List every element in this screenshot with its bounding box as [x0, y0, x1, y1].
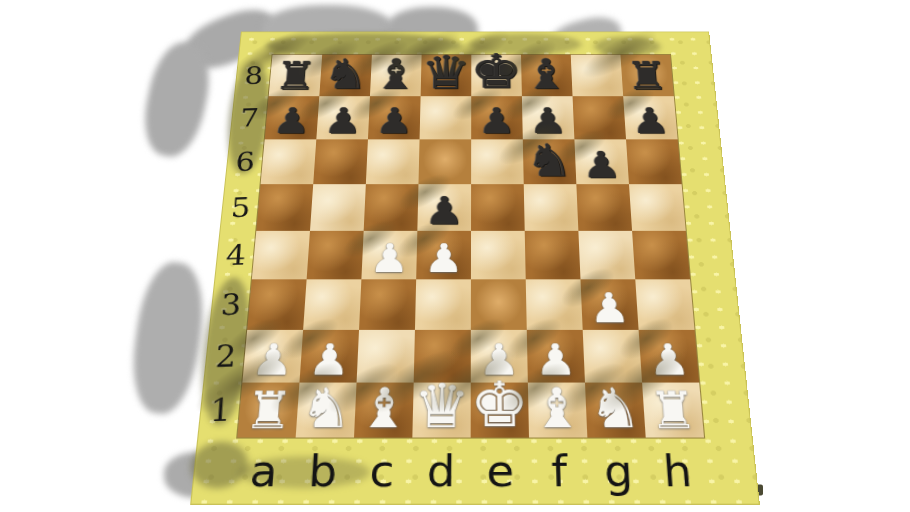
piece-white-bishop-f1[interactable]: ♝: [531, 382, 585, 437]
square-b5[interactable]: [310, 184, 366, 231]
square-b7[interactable]: ♟: [316, 96, 370, 139]
rank-label-1: 1: [202, 382, 240, 438]
square-c8[interactable]: ♝: [370, 55, 422, 97]
file-label-a: a: [232, 446, 295, 497]
square-g6[interactable]: ♟: [574, 139, 629, 184]
chess-board: ♜♞♝♛♚♝♜♟♟♟♟♟♟♞♟♟♟♟♟♟♟♟♟♟♜♞♝♛♚♝♞♜ 8765432…: [191, 32, 758, 503]
square-c3[interactable]: [359, 279, 416, 330]
square-c1[interactable]: ♝: [354, 383, 414, 438]
piece-black-pawn-h7[interactable]: ♟: [630, 103, 670, 138]
piece-white-rook-a1[interactable]: ♜: [242, 386, 294, 437]
square-d8[interactable]: ♛: [421, 55, 472, 97]
piece-black-pawn-c7[interactable]: ♟: [375, 103, 414, 138]
square-e4[interactable]: [471, 231, 526, 280]
piece-black-bishop-c8[interactable]: ♝: [373, 54, 419, 96]
piece-black-pawn-e7[interactable]: ♟: [478, 103, 516, 138]
square-f8[interactable]: ♝: [521, 55, 573, 97]
piece-black-pawn-d5[interactable]: ♟: [425, 192, 464, 230]
square-f6[interactable]: ♞: [523, 139, 577, 184]
piece-black-rook-h8[interactable]: ♜: [625, 57, 670, 95]
file-label-f: f: [529, 446, 590, 497]
square-a5[interactable]: [256, 184, 313, 231]
rank-label-3: 3: [213, 279, 249, 331]
square-d7[interactable]: [420, 96, 472, 139]
piece-white-knight-b1[interactable]: ♞: [299, 382, 354, 437]
square-h5[interactable]: [629, 184, 686, 231]
square-e7[interactable]: ♟: [471, 96, 523, 139]
square-d3[interactable]: [415, 279, 471, 330]
piece-white-knight-g1[interactable]: ♞: [588, 382, 643, 437]
square-c5[interactable]: [364, 184, 419, 231]
file-label-b: b: [292, 446, 354, 497]
square-a4[interactable]: [252, 231, 310, 280]
square-g2[interactable]: [583, 330, 642, 383]
square-h3[interactable]: [635, 279, 694, 330]
square-g1[interactable]: ♞: [585, 383, 646, 438]
piece-black-pawn-a7[interactable]: ♟: [272, 103, 312, 138]
square-f3[interactable]: [526, 279, 583, 330]
square-a6[interactable]: [261, 139, 317, 184]
square-f4[interactable]: [525, 231, 581, 280]
rank-label-4: 4: [218, 230, 253, 279]
square-g7[interactable]: [573, 96, 626, 139]
rank-label-6: 6: [228, 139, 262, 185]
square-h8[interactable]: ♜: [620, 55, 673, 97]
square-e6[interactable]: [471, 139, 524, 184]
piece-black-knight-f6[interactable]: ♞: [525, 139, 573, 184]
piece-black-queen-d8[interactable]: ♛: [421, 49, 472, 95]
square-d1[interactable]: ♛: [412, 383, 470, 438]
piece-black-knight-b8[interactable]: ♞: [322, 54, 369, 96]
rank-label-5: 5: [223, 184, 257, 232]
piece-black-bishop-f8[interactable]: ♝: [524, 54, 570, 96]
square-b4[interactable]: [307, 231, 364, 280]
piece-black-king-e8[interactable]: ♚: [471, 48, 523, 96]
square-a1[interactable]: ♜: [237, 383, 299, 438]
square-h2[interactable]: ♟: [639, 330, 700, 383]
square-e3[interactable]: [471, 279, 527, 330]
piece-white-pawn-g3[interactable]: ♟: [588, 288, 631, 329]
square-c2[interactable]: [357, 330, 415, 383]
square-g8[interactable]: [571, 55, 623, 97]
square-e8[interactable]: ♚: [471, 55, 522, 97]
piece-white-king-e1[interactable]: ♚: [470, 374, 530, 437]
square-h7[interactable]: ♟: [623, 96, 677, 139]
square-c7[interactable]: ♟: [368, 96, 421, 139]
square-a3[interactable]: [247, 279, 306, 330]
piece-white-pawn-b2[interactable]: ♟: [307, 339, 351, 382]
board-grid: ♜♞♝♛♚♝♜♟♟♟♟♟♟♞♟♟♟♟♟♟♟♟♟♟♜♞♝♛♚♝♞♜: [237, 55, 704, 438]
piece-white-queen-d1[interactable]: ♛: [412, 376, 470, 437]
square-g4[interactable]: [578, 231, 635, 280]
square-h6[interactable]: [626, 139, 682, 184]
square-b2[interactable]: ♟: [299, 330, 359, 383]
square-e1[interactable]: ♚: [471, 383, 529, 438]
board-cast-shadow: [126, 258, 211, 417]
square-f2[interactable]: ♟: [527, 330, 585, 383]
square-a8[interactable]: ♜: [269, 55, 323, 97]
square-f1[interactable]: ♝: [528, 383, 587, 438]
piece-black-pawn-g6[interactable]: ♟: [582, 147, 622, 184]
square-d6[interactable]: [418, 139, 471, 184]
square-h1[interactable]: ♜: [642, 383, 704, 438]
square-b1[interactable]: ♞: [296, 383, 357, 438]
square-b6[interactable]: [313, 139, 368, 184]
rank-label-7: 7: [233, 96, 266, 140]
piece-white-bishop-c1[interactable]: ♝: [357, 382, 411, 437]
rank-label-2: 2: [207, 329, 244, 383]
square-f7[interactable]: ♟: [522, 96, 575, 139]
file-label-c: c: [351, 446, 412, 497]
square-d4[interactable]: ♟: [416, 231, 471, 280]
piece-black-rook-a8[interactable]: ♜: [273, 57, 318, 95]
piece-white-rook-h1[interactable]: ♜: [647, 386, 699, 437]
file-label-g: g: [588, 446, 650, 497]
piece-white-pawn-c4[interactable]: ♟: [369, 239, 410, 279]
piece-black-pawn-f7[interactable]: ♟: [529, 103, 568, 138]
square-b8[interactable]: ♞: [319, 55, 372, 97]
file-label-d: d: [411, 446, 471, 497]
square-g3[interactable]: ♟: [580, 279, 638, 330]
square-c6[interactable]: [366, 139, 420, 184]
square-e5[interactable]: [471, 184, 525, 231]
piece-white-pawn-d4[interactable]: ♟: [424, 239, 464, 279]
file-label-h: h: [646, 446, 709, 497]
square-g5[interactable]: [576, 184, 632, 231]
square-f5[interactable]: [524, 184, 579, 231]
piece-white-pawn-h2[interactable]: ♟: [647, 339, 692, 382]
square-b3[interactable]: [303, 279, 361, 330]
square-d5[interactable]: ♟: [417, 184, 471, 231]
square-a2[interactable]: ♟: [242, 330, 303, 383]
square-a7[interactable]: ♟: [265, 96, 320, 139]
piece-white-pawn-f2[interactable]: ♟: [535, 339, 578, 382]
square-h4[interactable]: [632, 231, 690, 280]
file-label-e: e: [471, 446, 531, 497]
square-c4[interactable]: ♟: [361, 231, 417, 280]
piece-black-pawn-b7[interactable]: ♟: [323, 103, 362, 138]
rank-label-8: 8: [238, 54, 270, 96]
piece-white-pawn-a2[interactable]: ♟: [250, 339, 295, 382]
